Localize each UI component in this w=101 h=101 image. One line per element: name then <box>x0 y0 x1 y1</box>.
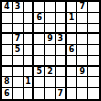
cell-r7c9[interactable] <box>88 67 99 78</box>
cell-r3c4[interactable] <box>34 24 45 35</box>
cell-r2c2[interactable] <box>13 13 24 24</box>
cell-r3c3[interactable] <box>24 24 35 35</box>
cell-r2c4[interactable]: 6 <box>34 13 45 24</box>
cell-r5c3[interactable] <box>24 45 35 56</box>
cell-r1c7[interactable] <box>67 2 78 13</box>
cell-r7c1[interactable] <box>2 67 13 78</box>
cell-r3c2[interactable] <box>13 24 24 35</box>
cell-r7c5[interactable]: 2 <box>45 67 56 78</box>
cell-r8c4[interactable] <box>34 77 45 88</box>
cell-r8c7[interactable] <box>67 77 78 88</box>
cell-r2c8[interactable] <box>77 13 88 24</box>
cell-r5c9[interactable] <box>88 45 99 56</box>
cell-r4c9[interactable] <box>88 34 99 45</box>
cell-r8c9[interactable] <box>88 77 99 88</box>
cell-r9c3[interactable] <box>24 88 35 99</box>
cell-r8c6[interactable] <box>56 77 67 88</box>
cell-r8c5[interactable] <box>45 77 56 88</box>
cell-r4c7[interactable] <box>67 34 78 45</box>
cell-r3c9[interactable] <box>88 24 99 35</box>
cell-r5c6[interactable] <box>56 45 67 56</box>
cell-r4c8[interactable] <box>77 34 88 45</box>
cell-r5c8[interactable] <box>77 45 88 56</box>
cell-r7c7[interactable] <box>67 67 78 78</box>
cell-r9c1[interactable]: 6 <box>2 88 13 99</box>
cell-r8c1[interactable]: 8 <box>2 77 13 88</box>
cell-r9c6[interactable]: 7 <box>56 88 67 99</box>
cell-r8c2[interactable] <box>13 77 24 88</box>
cell-r6c8[interactable] <box>77 56 88 67</box>
cell-r2c5[interactable] <box>45 13 56 24</box>
sudoku-board: 43761793565298167 <box>0 0 101 101</box>
cell-r5c5[interactable] <box>45 45 56 56</box>
cell-r3c1[interactable] <box>2 24 13 35</box>
cell-r6c2[interactable] <box>13 56 24 67</box>
cell-r1c9[interactable] <box>88 2 99 13</box>
cell-r1c1[interactable]: 4 <box>2 2 13 13</box>
cell-r1c5[interactable] <box>45 2 56 13</box>
cell-r2c7[interactable]: 1 <box>67 13 78 24</box>
cell-r3c7[interactable] <box>67 24 78 35</box>
cell-r5c7[interactable]: 6 <box>67 45 78 56</box>
cell-r2c9[interactable] <box>88 13 99 24</box>
cell-r5c1[interactable] <box>2 45 13 56</box>
cell-r6c9[interactable] <box>88 56 99 67</box>
cell-r9c4[interactable] <box>34 88 45 99</box>
cell-r6c4[interactable] <box>34 56 45 67</box>
cell-r9c7[interactable] <box>67 88 78 99</box>
cell-r1c3[interactable] <box>24 2 35 13</box>
cell-r1c2[interactable]: 3 <box>13 2 24 13</box>
cell-r7c6[interactable] <box>56 67 67 78</box>
cell-r6c5[interactable] <box>45 56 56 67</box>
cell-r5c2[interactable]: 5 <box>13 45 24 56</box>
cell-r4c3[interactable] <box>24 34 35 45</box>
cell-r9c9[interactable] <box>88 88 99 99</box>
cell-r9c8[interactable] <box>77 88 88 99</box>
cell-r3c5[interactable] <box>45 24 56 35</box>
cell-r6c6[interactable] <box>56 56 67 67</box>
cell-r6c1[interactable] <box>2 56 13 67</box>
cell-r6c3[interactable] <box>24 56 35 67</box>
cell-r9c2[interactable] <box>13 88 24 99</box>
cell-r2c1[interactable] <box>2 13 13 24</box>
cell-r6c7[interactable] <box>67 56 78 67</box>
cell-r1c4[interactable] <box>34 2 45 13</box>
cell-r4c1[interactable] <box>2 34 13 45</box>
cell-r4c2[interactable]: 7 <box>13 34 24 45</box>
cell-r2c6[interactable] <box>56 13 67 24</box>
cell-r8c8[interactable] <box>77 77 88 88</box>
cell-r2c3[interactable] <box>24 13 35 24</box>
cell-r3c6[interactable] <box>56 24 67 35</box>
cell-r7c2[interactable] <box>13 67 24 78</box>
cell-r7c3[interactable] <box>24 67 35 78</box>
cell-r7c8[interactable]: 9 <box>77 67 88 78</box>
cell-r9c5[interactable] <box>45 88 56 99</box>
cell-r1c6[interactable] <box>56 2 67 13</box>
cell-r4c6[interactable]: 3 <box>56 34 67 45</box>
cell-r8c3[interactable]: 1 <box>24 77 35 88</box>
cell-r7c4[interactable]: 5 <box>34 67 45 78</box>
cell-r3c8[interactable] <box>77 24 88 35</box>
cell-r4c5[interactable]: 9 <box>45 34 56 45</box>
cell-r4c4[interactable] <box>34 34 45 45</box>
cell-r1c8[interactable]: 7 <box>77 2 88 13</box>
cell-r5c4[interactable] <box>34 45 45 56</box>
